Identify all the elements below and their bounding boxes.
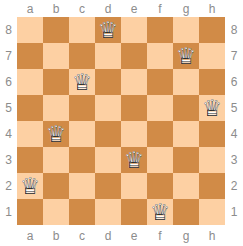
square-g2[interactable] [173, 173, 199, 199]
rank-label-left-8: 8 [0, 17, 17, 43]
white-queen-icon: ♕ [95, 17, 121, 43]
file-label-bottom-g: g [173, 225, 199, 246]
square-c6[interactable]: ♛♕ [69, 69, 95, 95]
square-d2[interactable] [95, 173, 121, 199]
file-label-top-b: b [43, 0, 69, 17]
rank-label-right-1: 1 [225, 199, 243, 225]
square-g4[interactable] [173, 121, 199, 147]
square-d8[interactable]: ♛♕ [95, 17, 121, 43]
rank-label-right-5: 5 [225, 95, 243, 121]
square-e4[interactable] [121, 121, 147, 147]
rank-label-left-6: 6 [0, 69, 17, 95]
white-queen-g7: ♛♕ [173, 43, 199, 69]
white-queen-icon: ♕ [17, 173, 43, 199]
square-b5[interactable] [43, 95, 69, 121]
rank-label-right-3: 3 [225, 147, 243, 173]
square-f5[interactable] [147, 95, 173, 121]
chess-board-diagram: abcdefgh 87654321 ♛♕♛♕♛♕♛♕♛♕♛♕♛♕♛♕ 87654… [0, 0, 243, 246]
rank-label-right-2: 2 [225, 173, 243, 199]
file-label-bottom-d: d [95, 225, 121, 246]
square-c8[interactable] [69, 17, 95, 43]
square-e6[interactable] [121, 69, 147, 95]
square-h2[interactable] [199, 173, 225, 199]
square-g1[interactable] [173, 199, 199, 225]
square-f1[interactable]: ♛♕ [147, 199, 173, 225]
square-f2[interactable] [147, 173, 173, 199]
white-queen-c6: ♛♕ [69, 69, 95, 95]
square-d5[interactable] [95, 95, 121, 121]
board: ♛♕♛♕♛♕♛♕♛♕♛♕♛♕♛♕ [17, 17, 225, 225]
square-f3[interactable] [147, 147, 173, 173]
file-label-bottom-e: e [121, 225, 147, 246]
square-b3[interactable] [43, 147, 69, 173]
rank-label-left-2: 2 [0, 173, 17, 199]
white-queen-icon: ♕ [147, 199, 173, 225]
square-b1[interactable] [43, 199, 69, 225]
square-a1[interactable] [17, 199, 43, 225]
rank-label-left-7: 7 [0, 43, 17, 69]
white-queen-icon: ♕ [121, 147, 147, 173]
white-queen-b4: ♛♕ [43, 121, 69, 147]
rank-label-left-1: 1 [0, 199, 17, 225]
white-queen-d8: ♛♕ [95, 17, 121, 43]
square-b4[interactable]: ♛♕ [43, 121, 69, 147]
square-f4[interactable] [147, 121, 173, 147]
file-label-top-e: e [121, 0, 147, 17]
square-b2[interactable] [43, 173, 69, 199]
file-label-top-h: h [199, 0, 225, 17]
corner-bottom-left [0, 225, 17, 246]
square-e8[interactable] [121, 17, 147, 43]
square-c2[interactable] [69, 173, 95, 199]
square-h6[interactable] [199, 69, 225, 95]
white-queen-icon: ♕ [69, 69, 95, 95]
square-g3[interactable] [173, 147, 199, 173]
file-label-bottom-a: a [17, 225, 43, 246]
file-label-top-a: a [17, 0, 43, 17]
file-label-top-f: f [147, 0, 173, 17]
rank-labels-left: 87654321 [0, 17, 17, 225]
square-c4[interactable] [69, 121, 95, 147]
rank-label-right-8: 8 [225, 17, 243, 43]
file-label-top-d: d [95, 0, 121, 17]
square-e2[interactable] [121, 173, 147, 199]
square-b7[interactable] [43, 43, 69, 69]
white-queen-icon: ♕ [173, 43, 199, 69]
square-h4[interactable] [199, 121, 225, 147]
square-a8[interactable] [17, 17, 43, 43]
square-a4[interactable] [17, 121, 43, 147]
square-e3[interactable]: ♛♕ [121, 147, 147, 173]
rank-label-right-7: 7 [225, 43, 243, 69]
square-g6[interactable] [173, 69, 199, 95]
rank-label-right-4: 4 [225, 121, 243, 147]
file-label-bottom-f: f [147, 225, 173, 246]
square-e1[interactable] [121, 199, 147, 225]
square-h7[interactable] [199, 43, 225, 69]
square-a6[interactable] [17, 69, 43, 95]
square-c5[interactable] [69, 95, 95, 121]
corner-top-right [225, 0, 243, 17]
square-h1[interactable] [199, 199, 225, 225]
square-c7[interactable] [69, 43, 95, 69]
square-e7[interactable] [121, 43, 147, 69]
rank-labels-right: 87654321 [225, 17, 243, 225]
rank-label-left-4: 4 [0, 121, 17, 147]
square-f6[interactable] [147, 69, 173, 95]
corner-top-left [0, 0, 17, 17]
square-b6[interactable] [43, 69, 69, 95]
square-d7[interactable] [95, 43, 121, 69]
corner-bottom-right [225, 225, 243, 246]
square-a2[interactable]: ♛♕ [17, 173, 43, 199]
file-labels-top: abcdefgh [17, 0, 225, 17]
white-queen-e3: ♛♕ [121, 147, 147, 173]
rank-label-right-6: 6 [225, 69, 243, 95]
square-d1[interactable] [95, 199, 121, 225]
file-label-bottom-c: c [69, 225, 95, 246]
square-c1[interactable] [69, 199, 95, 225]
square-d6[interactable] [95, 69, 121, 95]
square-g8[interactable] [173, 17, 199, 43]
white-queen-f1: ♛♕ [147, 199, 173, 225]
square-g7[interactable]: ♛♕ [173, 43, 199, 69]
square-c3[interactable] [69, 147, 95, 173]
square-h5[interactable]: ♛♕ [199, 95, 225, 121]
square-h8[interactable] [199, 17, 225, 43]
file-labels-bottom: abcdefgh [17, 225, 225, 246]
file-label-top-g: g [173, 0, 199, 17]
rank-label-left-5: 5 [0, 95, 17, 121]
rank-label-left-3: 3 [0, 147, 17, 173]
square-g5[interactable] [173, 95, 199, 121]
square-a7[interactable] [17, 43, 43, 69]
square-f7[interactable] [147, 43, 173, 69]
white-queen-icon: ♕ [43, 121, 69, 147]
square-a3[interactable] [17, 147, 43, 173]
square-d3[interactable] [95, 147, 121, 173]
square-d4[interactable] [95, 121, 121, 147]
square-h3[interactable] [199, 147, 225, 173]
white-queen-h5: ♛♕ [199, 95, 225, 121]
square-e5[interactable] [121, 95, 147, 121]
file-label-top-c: c [69, 0, 95, 17]
file-label-bottom-b: b [43, 225, 69, 246]
square-f8[interactable] [147, 17, 173, 43]
white-queen-icon: ♕ [199, 95, 225, 121]
square-a5[interactable] [17, 95, 43, 121]
file-label-bottom-h: h [199, 225, 225, 246]
square-b8[interactable] [43, 17, 69, 43]
white-queen-a2: ♛♕ [17, 173, 43, 199]
